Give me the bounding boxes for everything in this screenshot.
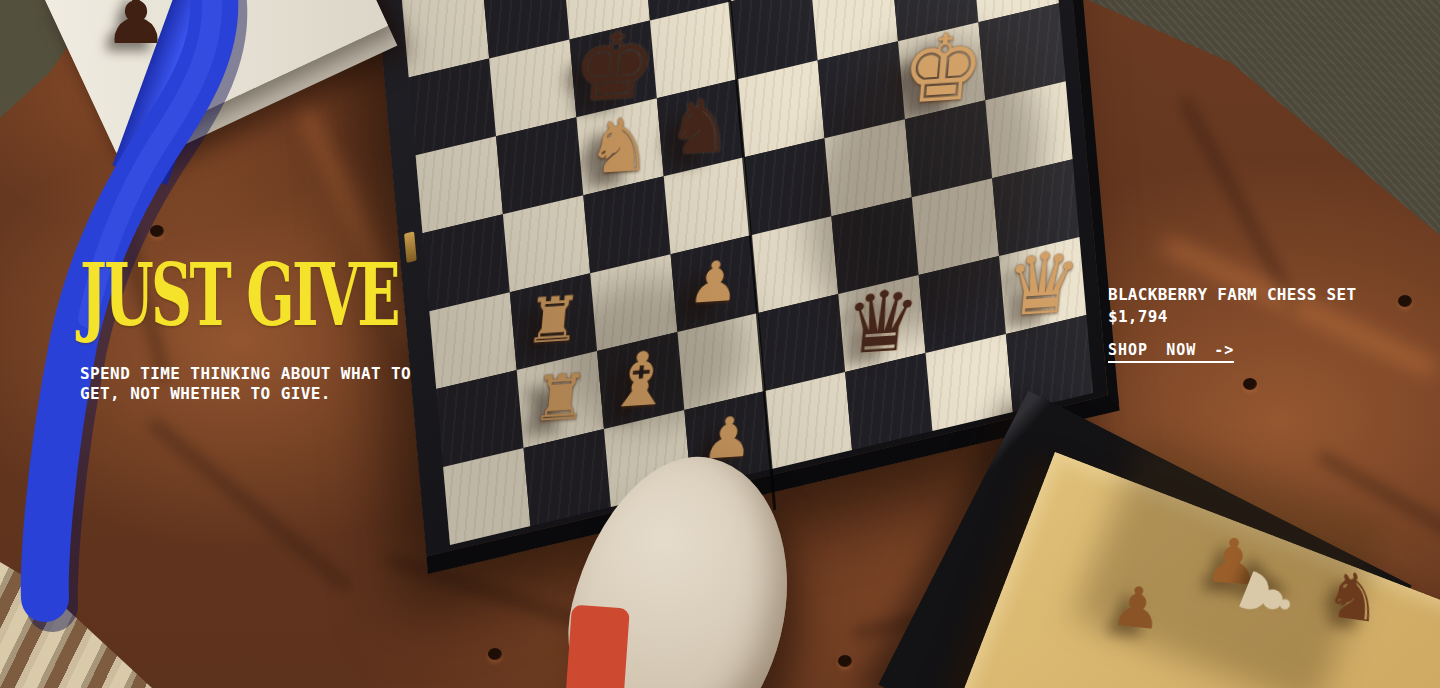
chess-piece-light-king-g5: ♚ — [898, 22, 985, 119]
white-gift-book — [36, 0, 388, 152]
blue-ribbon-band — [112, 0, 245, 185]
leather-crease — [147, 418, 353, 593]
sock-red-patch — [565, 605, 630, 688]
hero-copy: JUST GIVE SPEND TIME THINKING ABOUT WHAT… — [80, 252, 562, 404]
hero-banner: ♚♞♞♚♜♟♜♝♛♛♟ ♟ ♟ ♟ ♟ ♞ JUST GIVE SPEND TI… — [0, 0, 1440, 688]
carpet-corner-top-right — [1080, 0, 1440, 250]
loose-knight-dark: ♞ — [1320, 556, 1387, 637]
tuft-button — [838, 655, 852, 667]
loose-pawn-brown: ♟ — [1109, 573, 1166, 643]
striped-fabric — [0, 556, 160, 688]
tuft-button — [150, 225, 164, 237]
product-name: BLACKBERRY FARM CHESS SET — [1108, 285, 1356, 304]
chess-piece-light-queen-h2: ♛ — [999, 237, 1086, 334]
gift-box-lid — [43, 0, 398, 172]
product-price: $1,794 — [1108, 307, 1356, 326]
tuft-button — [488, 648, 502, 660]
captured-dark-pawn: ♟ — [96, 0, 176, 54]
carpet-corner-top-left — [0, 0, 110, 135]
tuft-button — [1398, 295, 1412, 307]
hero-subtitle: SPEND TIME THINKING ABOUT WHAT TO GET, N… — [80, 364, 426, 404]
shop-now-link[interactable]: SHOP NOW -> — [1108, 341, 1234, 363]
chess-piece-dark-queen-f2: ♛ — [838, 275, 925, 372]
hero-title: JUST GIVE — [80, 252, 398, 338]
product-block: BLACKBERRY FARM CHESS SET $1,794 SHOP NO… — [1108, 285, 1356, 363]
tuft-button — [1243, 378, 1257, 390]
